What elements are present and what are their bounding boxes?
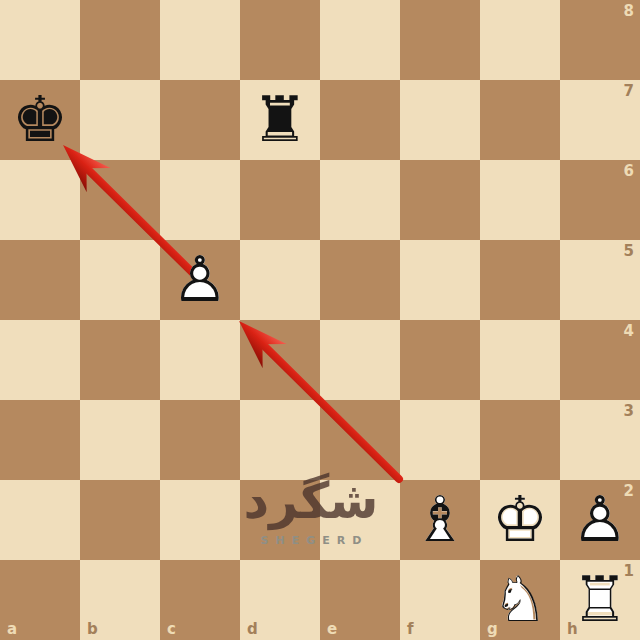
rank-label-7: 7 xyxy=(624,84,634,99)
square-h6[interactable]: 6 xyxy=(560,160,640,240)
square-c6[interactable] xyxy=(160,160,240,240)
square-h7[interactable]: 7 xyxy=(560,80,640,160)
square-d5[interactable] xyxy=(240,240,320,320)
square-c3[interactable] xyxy=(160,400,240,480)
square-c8[interactable] xyxy=(160,0,240,80)
piece-white-rook[interactable]: ♜♖ xyxy=(560,560,640,640)
square-e7[interactable] xyxy=(320,80,400,160)
square-d6[interactable] xyxy=(240,160,320,240)
square-b4[interactable] xyxy=(80,320,160,400)
rank-label-4: 4 xyxy=(624,324,634,339)
file-label-e: e xyxy=(327,622,337,637)
white-bishop-glyph: ♗ xyxy=(400,480,480,560)
square-c1[interactable]: c xyxy=(160,560,240,640)
square-d8[interactable] xyxy=(240,0,320,80)
square-b7[interactable] xyxy=(80,80,160,160)
square-f4[interactable] xyxy=(400,320,480,400)
square-f3[interactable] xyxy=(400,400,480,480)
square-f7[interactable] xyxy=(400,80,480,160)
square-h2[interactable]: 2♟♙ xyxy=(560,480,640,560)
square-e4[interactable] xyxy=(320,320,400,400)
square-f1[interactable]: f xyxy=(400,560,480,640)
square-c5[interactable]: ♟♙ xyxy=(160,240,240,320)
square-b5[interactable] xyxy=(80,240,160,320)
square-c7[interactable] xyxy=(160,80,240,160)
square-h8[interactable]: 8 xyxy=(560,0,640,80)
file-label-d: d xyxy=(247,622,258,637)
square-f8[interactable] xyxy=(400,0,480,80)
square-d2[interactable] xyxy=(240,480,320,560)
square-e8[interactable] xyxy=(320,0,400,80)
square-g4[interactable] xyxy=(480,320,560,400)
square-b6[interactable] xyxy=(80,160,160,240)
square-g5[interactable] xyxy=(480,240,560,320)
rank-label-3: 3 xyxy=(624,404,634,419)
square-d7[interactable]: ♜ xyxy=(240,80,320,160)
square-h3[interactable]: 3 xyxy=(560,400,640,480)
piece-white-bishop[interactable]: ♝♗ xyxy=(400,480,480,560)
white-rook-glyph: ♖ xyxy=(560,560,640,640)
white-pawn-glyph: ♙ xyxy=(560,480,640,560)
square-d3[interactable] xyxy=(240,400,320,480)
square-f2[interactable]: ♝♗ xyxy=(400,480,480,560)
square-h4[interactable]: 4 xyxy=(560,320,640,400)
file-label-f: f xyxy=(407,622,414,637)
square-d4[interactable] xyxy=(240,320,320,400)
square-a7[interactable]: ♚ xyxy=(0,80,80,160)
square-g2[interactable]: ♚♔ xyxy=(480,480,560,560)
file-label-b: b xyxy=(87,622,98,637)
square-g3[interactable] xyxy=(480,400,560,480)
rank-label-8: 8 xyxy=(624,4,634,19)
square-a8[interactable] xyxy=(0,0,80,80)
chess-board: شگرد SHEGERD 8♚♜76♟♙543♝♗♚♔2♟♙abcdefg♞♘h… xyxy=(0,0,640,640)
piece-white-pawn[interactable]: ♟♙ xyxy=(160,240,240,320)
square-b1[interactable]: b xyxy=(80,560,160,640)
square-e3[interactable] xyxy=(320,400,400,480)
square-e6[interactable] xyxy=(320,160,400,240)
white-king-glyph: ♔ xyxy=(480,480,560,560)
file-label-a: a xyxy=(7,622,17,637)
square-a2[interactable] xyxy=(0,480,80,560)
square-a3[interactable] xyxy=(0,400,80,480)
black-rook-glyph: ♜ xyxy=(240,80,320,160)
white-pawn-glyph: ♙ xyxy=(160,240,240,320)
square-g7[interactable] xyxy=(480,80,560,160)
rank-label-6: 6 xyxy=(624,164,634,179)
square-g8[interactable] xyxy=(480,0,560,80)
square-e5[interactable] xyxy=(320,240,400,320)
square-d1[interactable]: d xyxy=(240,560,320,640)
black-king-glyph: ♚ xyxy=(0,80,80,160)
square-e2[interactable] xyxy=(320,480,400,560)
square-f6[interactable] xyxy=(400,160,480,240)
piece-white-pawn[interactable]: ♟♙ xyxy=(560,480,640,560)
square-a1[interactable]: a xyxy=(0,560,80,640)
piece-black-king[interactable]: ♚ xyxy=(0,80,80,160)
piece-white-king[interactable]: ♚♔ xyxy=(480,480,560,560)
square-e1[interactable]: e xyxy=(320,560,400,640)
square-f5[interactable] xyxy=(400,240,480,320)
square-h1[interactable]: h1♜♖ xyxy=(560,560,640,640)
square-g1[interactable]: g♞♘ xyxy=(480,560,560,640)
square-c2[interactable] xyxy=(160,480,240,560)
square-h5[interactable]: 5 xyxy=(560,240,640,320)
square-a4[interactable] xyxy=(0,320,80,400)
square-c4[interactable] xyxy=(160,320,240,400)
piece-black-rook[interactable]: ♜ xyxy=(240,80,320,160)
square-b3[interactable] xyxy=(80,400,160,480)
square-b8[interactable] xyxy=(80,0,160,80)
square-a5[interactable] xyxy=(0,240,80,320)
white-knight-glyph: ♘ xyxy=(480,560,560,640)
rank-label-5: 5 xyxy=(624,244,634,259)
square-b2[interactable] xyxy=(80,480,160,560)
square-g6[interactable] xyxy=(480,160,560,240)
square-a6[interactable] xyxy=(0,160,80,240)
piece-white-knight[interactable]: ♞♘ xyxy=(480,560,560,640)
file-label-c: c xyxy=(167,622,176,637)
